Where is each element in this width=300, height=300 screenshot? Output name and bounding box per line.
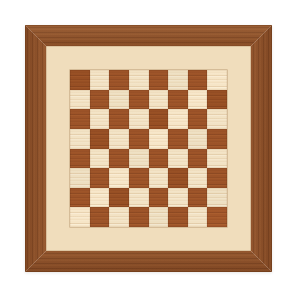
board-square-e7 [149,90,169,110]
board-square-c5 [109,129,129,149]
board-square-e6 [149,109,169,129]
board-square-b4 [90,149,110,169]
board-square-g8 [188,70,208,90]
board-square-c7 [109,90,129,110]
board-square-a5 [70,129,90,149]
chess-board [25,25,272,272]
board-square-e3 [149,168,169,188]
board-square-g6 [188,109,208,129]
board-square-c6 [109,109,129,129]
board-square-f2 [168,188,188,208]
board-square-g5 [188,129,208,149]
board-square-e8 [149,70,169,90]
board-square-f8 [168,70,188,90]
board-square-c1 [109,207,129,227]
board-square-c8 [109,70,129,90]
board-square-h6 [207,109,227,129]
board-square-d5 [129,129,149,149]
board-square-f3 [168,168,188,188]
board-square-h2 [207,188,227,208]
board-square-d3 [129,168,149,188]
board-frame-right-rail [251,25,272,272]
board-square-h4 [207,149,227,169]
board-square-h7 [207,90,227,110]
board-square-a2 [70,188,90,208]
board-square-a1 [70,207,90,227]
board-square-h1 [207,207,227,227]
board-grid [70,70,227,227]
board-square-d7 [129,90,149,110]
board-square-b5 [90,129,110,149]
board-square-a7 [70,90,90,110]
board-square-d8 [129,70,149,90]
board-square-a4 [70,149,90,169]
board-fillet-line [46,46,251,251]
board-square-h3 [207,168,227,188]
board-square-h5 [207,129,227,149]
board-square-c3 [109,168,129,188]
board-square-d1 [129,207,149,227]
board-square-b7 [90,90,110,110]
board-square-c2 [109,188,129,208]
board-square-e5 [149,129,169,149]
board-square-f6 [168,109,188,129]
board-square-c4 [109,149,129,169]
board-square-b8 [90,70,110,90]
board-frame-top-rail [25,25,272,46]
board-square-a3 [70,168,90,188]
board-square-b6 [90,109,110,129]
board-square-g2 [188,188,208,208]
board-frame-bottom-rail [25,251,272,272]
board-square-f1 [168,207,188,227]
board-square-a8 [70,70,90,90]
board-square-f4 [168,149,188,169]
board-square-e2 [149,188,169,208]
board-frame-left-rail [25,25,46,272]
board-square-b3 [90,168,110,188]
board-square-g3 [188,168,208,188]
board-square-a6 [70,109,90,129]
board-square-d6 [129,109,149,129]
board-square-e1 [149,207,169,227]
board-square-b2 [90,188,110,208]
board-square-d2 [129,188,149,208]
board-square-f5 [168,129,188,149]
board-square-d4 [129,149,149,169]
photo-background [0,0,300,300]
board-square-g1 [188,207,208,227]
board-square-f7 [168,90,188,110]
board-square-g7 [188,90,208,110]
board-square-b1 [90,207,110,227]
board-square-h8 [207,70,227,90]
board-square-g4 [188,149,208,169]
board-square-e4 [149,149,169,169]
